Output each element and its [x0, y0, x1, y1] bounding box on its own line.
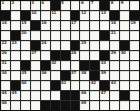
black-cell	[90, 71, 99, 80]
crossword-cell[interactable]	[21, 41, 30, 50]
clue-number: 2	[11, 1, 13, 5]
clue-number: 26	[2, 51, 7, 55]
clue-number: 43	[111, 81, 116, 85]
crossword-cell[interactable]	[11, 71, 20, 80]
clue-number: 17	[71, 21, 76, 25]
clue-number: 44	[2, 91, 7, 95]
crossword-cell[interactable]: 26	[1, 51, 10, 60]
clue-number: 9	[121, 1, 123, 5]
clue-number: 30	[121, 51, 126, 55]
crossword-cell[interactable]	[110, 91, 119, 100]
crossword-cell[interactable]: 6	[80, 1, 89, 10]
clue-number: 22	[2, 41, 7, 45]
crossword-cell[interactable]	[21, 51, 30, 60]
clue-number: 34	[2, 71, 7, 75]
crossword-cell[interactable]	[51, 31, 60, 40]
crossword-cell[interactable]: 42	[90, 81, 99, 90]
clue-number: 36	[41, 71, 46, 75]
crossword-grid: 1234567891011121314151617181920212223242…	[0, 0, 140, 111]
clue-number: 15	[21, 21, 26, 25]
crossword-cell[interactable]	[110, 41, 119, 50]
crossword-cell[interactable]: 25	[80, 41, 89, 50]
crossword-cell[interactable]	[130, 81, 139, 90]
crossword-cell[interactable]	[1, 81, 10, 90]
crossword-cell[interactable]	[90, 51, 99, 60]
crossword-cell[interactable]: 19	[130, 21, 139, 30]
crossword-cell[interactable]	[120, 101, 129, 110]
crossword-cell[interactable]: 38	[80, 71, 89, 80]
crossword-cell[interactable]	[71, 81, 80, 90]
crossword-cell[interactable]	[130, 101, 139, 110]
clue-number: 39	[101, 71, 106, 75]
black-cell	[71, 11, 80, 20]
clue-number: 33	[101, 61, 106, 65]
black-cell	[41, 61, 50, 70]
crossword-cell[interactable]	[41, 81, 50, 90]
black-cell	[11, 81, 20, 90]
crossword-cell[interactable]	[100, 101, 109, 110]
clue-number: 37	[71, 71, 76, 75]
crossword-cell[interactable]	[90, 101, 99, 110]
crossword-cell[interactable]	[80, 31, 89, 40]
crossword-cell[interactable]: 28	[71, 51, 80, 60]
crossword-cell[interactable]: 5	[61, 1, 70, 10]
crossword-cell[interactable]	[21, 101, 30, 110]
clue-number: 23	[11, 41, 16, 45]
black-cell	[71, 91, 80, 100]
crossword-cell[interactable]	[120, 31, 129, 40]
clue-number: 20	[21, 31, 26, 35]
black-cell	[21, 61, 30, 70]
crossword-cell[interactable]: 1	[1, 1, 10, 10]
crossword-cell[interactable]	[90, 11, 99, 20]
crossword-cell[interactable]	[41, 11, 50, 20]
crossword-cell[interactable]: 44	[1, 91, 10, 100]
black-cell	[1, 11, 10, 20]
black-cell	[120, 91, 129, 100]
crossword-cell[interactable]	[130, 51, 139, 60]
crossword-cell[interactable]	[120, 71, 129, 80]
black-cell	[31, 21, 40, 30]
crossword-cell[interactable]: 22	[1, 41, 10, 50]
black-cell	[61, 51, 70, 60]
crossword-cell[interactable]	[11, 51, 20, 60]
crossword-cell[interactable]: 16	[41, 21, 50, 30]
clue-number: 35	[21, 71, 26, 75]
crossword-cell[interactable]	[11, 21, 20, 30]
crossword-cell[interactable]: 34	[1, 71, 10, 80]
clue-number: 16	[41, 21, 46, 25]
clue-number: 31	[2, 61, 7, 65]
crossword-cell[interactable]	[130, 61, 139, 70]
black-cell	[71, 101, 80, 110]
black-cell	[80, 61, 89, 70]
clue-number: 46	[81, 91, 86, 95]
crossword-cell[interactable]: 8	[110, 1, 119, 10]
crossword-cell[interactable]: 2	[11, 1, 20, 10]
black-cell	[51, 51, 60, 60]
crossword-cell[interactable]	[100, 41, 109, 50]
clue-number: 19	[131, 21, 136, 25]
crossword-cell[interactable]	[31, 81, 40, 90]
clue-number: 13	[101, 11, 106, 15]
crossword-cell[interactable]	[120, 11, 129, 20]
clue-number: 24	[41, 41, 46, 45]
crossword-cell[interactable]	[130, 31, 139, 40]
crossword-cell[interactable]	[11, 61, 20, 70]
crossword-cell[interactable]: 49	[80, 101, 89, 110]
crossword-cell[interactable]: 9	[120, 1, 129, 10]
black-cell	[100, 81, 109, 90]
clue-number: 14	[2, 21, 7, 25]
clue-number: 28	[71, 51, 76, 55]
black-cell	[51, 101, 60, 110]
clue-number: 1	[2, 1, 4, 5]
crossword-cell[interactable]	[120, 61, 129, 70]
black-cell	[51, 1, 60, 10]
black-cell	[120, 41, 129, 50]
black-cell	[71, 41, 80, 50]
crossword-cell[interactable]	[11, 101, 20, 110]
clue-number: 32	[51, 61, 56, 65]
crossword-cell[interactable]: 21	[110, 31, 119, 40]
black-cell	[100, 1, 109, 10]
crossword-cell[interactable]: 7	[90, 1, 99, 10]
crossword-cell[interactable]	[80, 21, 89, 30]
black-cell	[90, 61, 99, 70]
crossword-cell[interactable]	[1, 31, 10, 40]
clue-number: 40	[21, 81, 26, 85]
crossword-cell[interactable]	[110, 61, 119, 70]
crossword-cell[interactable]: 33	[100, 61, 109, 70]
crossword-cell[interactable]: 17	[71, 21, 80, 30]
crossword-cell[interactable]: 3	[31, 1, 40, 10]
crossword-cell[interactable]	[11, 11, 20, 20]
clue-number: 12	[81, 11, 86, 15]
clue-number: 7	[91, 1, 93, 5]
crossword-cell[interactable]	[41, 91, 50, 100]
clue-number: 4	[41, 1, 43, 5]
crossword-cell[interactable]: 13	[100, 11, 109, 20]
crossword-cell[interactable]	[41, 31, 50, 40]
crossword-cell[interactable]	[90, 91, 99, 100]
crossword-cell[interactable]	[71, 61, 80, 70]
clue-number: 8	[111, 1, 113, 5]
crossword-cell[interactable]	[130, 71, 139, 80]
crossword-cell[interactable]: 20	[21, 31, 30, 40]
black-cell	[51, 81, 60, 90]
crossword-cell[interactable]: 27	[31, 51, 40, 60]
crossword-cell[interactable]	[51, 71, 60, 80]
crossword-cell[interactable]	[90, 41, 99, 50]
crossword-cell[interactable]	[110, 101, 119, 110]
black-cell	[61, 101, 70, 110]
crossword-cell[interactable]: 11	[51, 11, 60, 20]
crossword-cell[interactable]	[61, 11, 70, 20]
crossword-cell[interactable]: 43	[110, 81, 119, 90]
clue-number: 45	[11, 91, 16, 95]
crossword-cell[interactable]: 29	[110, 51, 119, 60]
crossword-cell[interactable]: 37	[71, 71, 80, 80]
crossword-cell[interactable]	[120, 21, 129, 30]
crossword-cell[interactable]	[21, 1, 30, 10]
crossword-cell[interactable]	[61, 61, 70, 70]
crossword-cell[interactable]	[51, 41, 60, 50]
crossword-cell[interactable]	[130, 1, 139, 10]
crossword-cell[interactable]: 35	[21, 71, 30, 80]
black-cell	[41, 101, 50, 110]
crossword-cell[interactable]	[31, 71, 40, 80]
crossword-cell[interactable]	[51, 21, 60, 30]
crossword-cell[interactable]	[61, 41, 70, 50]
clue-number: 25	[81, 41, 86, 45]
crossword-cell[interactable]	[130, 91, 139, 100]
black-cell	[61, 71, 70, 80]
clue-number: 6	[81, 1, 83, 5]
crossword-cell[interactable]	[90, 21, 99, 30]
crossword-cell[interactable]	[71, 1, 80, 10]
black-cell	[110, 11, 119, 20]
crossword-cell[interactable]: 30	[120, 51, 129, 60]
crossword-cell[interactable]	[130, 41, 139, 50]
crossword-cell[interactable]	[31, 31, 40, 40]
crossword-cell[interactable]: 32	[51, 61, 60, 70]
clue-number: 41	[61, 81, 66, 85]
clue-number: 49	[81, 101, 86, 105]
crossword-cell[interactable]: 23	[11, 41, 20, 50]
crossword-cell[interactable]	[31, 91, 40, 100]
crossword-cell[interactable]	[100, 21, 109, 30]
black-cell	[130, 11, 139, 20]
crossword-cell[interactable]: 41	[61, 81, 70, 90]
clue-number: 5	[61, 1, 63, 5]
clue-number: 42	[91, 81, 96, 85]
crossword-cell[interactable]: 24	[41, 41, 50, 50]
clue-number: 38	[81, 71, 86, 75]
crossword-cell[interactable]: 40	[21, 81, 30, 90]
crossword-cell[interactable]: 48	[1, 101, 10, 110]
clue-number: 47	[101, 91, 106, 95]
crossword-cell[interactable]	[90, 31, 99, 40]
clue-number: 29	[111, 51, 116, 55]
clue-number: 18	[111, 21, 116, 25]
clue-number: 21	[111, 31, 116, 35]
crossword-cell[interactable]	[31, 101, 40, 110]
crossword-cell[interactable]: 31	[1, 61, 10, 70]
black-cell	[100, 31, 109, 40]
clue-number: 10	[31, 11, 36, 15]
crossword-cell[interactable]: 14	[1, 21, 10, 30]
crossword-cell[interactable]	[120, 81, 129, 90]
crossword-cell[interactable]: 39	[100, 71, 109, 80]
crossword-cell[interactable]	[80, 51, 89, 60]
crossword-cell[interactable]	[51, 91, 60, 100]
clue-number: 11	[51, 11, 56, 15]
black-cell	[100, 51, 109, 60]
crossword-cell[interactable]: 47	[100, 91, 109, 100]
crossword-cell[interactable]: 4	[41, 1, 50, 10]
crossword-cell[interactable]	[21, 91, 30, 100]
black-cell	[61, 91, 70, 100]
black-cell	[21, 11, 30, 20]
clue-number: 48	[2, 101, 7, 105]
crossword-cell[interactable]: 15	[21, 21, 30, 30]
crossword-cell[interactable]	[41, 51, 50, 60]
crossword-cell[interactable]: 10	[31, 11, 40, 20]
crossword-cell[interactable]	[31, 61, 40, 70]
crossword-cell[interactable]: 18	[110, 21, 119, 30]
black-cell	[11, 31, 20, 40]
crossword-cell[interactable]	[71, 31, 80, 40]
crossword-cell[interactable]: 45	[11, 91, 20, 100]
crossword-cell[interactable]	[61, 31, 70, 40]
clue-number: 27	[31, 51, 36, 55]
crossword-cell[interactable]: 12	[80, 11, 89, 20]
crossword-cell[interactable]	[61, 21, 70, 30]
crossword-cell[interactable]	[110, 71, 119, 80]
clue-number: 3	[31, 1, 33, 5]
crossword-cell[interactable]	[80, 81, 89, 90]
crossword-cell[interactable]: 46	[80, 91, 89, 100]
crossword-cell[interactable]: 36	[41, 71, 50, 80]
black-cell	[31, 41, 40, 50]
